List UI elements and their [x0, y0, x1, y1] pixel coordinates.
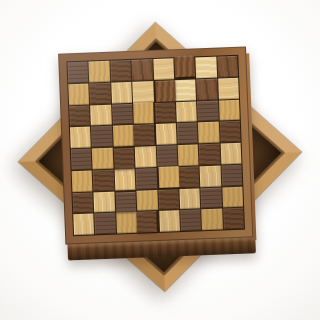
board-square[interactable]: [90, 104, 111, 126]
board-square[interactable]: [155, 123, 176, 145]
board-square[interactable]: [219, 99, 240, 121]
board-square[interactable]: [133, 102, 154, 123]
board-square[interactable]: [153, 58, 174, 80]
board-square[interactable]: [112, 103, 133, 125]
board-square[interactable]: [135, 146, 156, 168]
board-square[interactable]: [201, 187, 222, 209]
board-square[interactable]: [197, 100, 218, 122]
board-square[interactable]: [158, 189, 179, 211]
board-square[interactable]: [133, 124, 154, 146]
board-square[interactable]: [110, 60, 131, 82]
board-square[interactable]: [218, 78, 239, 100]
chess-board: [58, 46, 254, 260]
board-square[interactable]: [196, 78, 217, 100]
board-square[interactable]: [94, 191, 115, 213]
board-frame: [58, 46, 253, 244]
board-square[interactable]: [176, 101, 197, 123]
board-square[interactable]: [136, 168, 157, 190]
board-square[interactable]: [155, 80, 176, 102]
board-square[interactable]: [180, 210, 201, 232]
board-square[interactable]: [178, 144, 199, 166]
board-square[interactable]: [196, 57, 217, 79]
board-square[interactable]: [201, 209, 222, 231]
board-square[interactable]: [132, 81, 153, 103]
board-square[interactable]: [223, 208, 244, 230]
board-square[interactable]: [67, 62, 88, 84]
board-square[interactable]: [111, 82, 132, 104]
board-square[interactable]: [132, 59, 153, 81]
board-square[interactable]: [137, 189, 158, 211]
board-square[interactable]: [155, 102, 176, 124]
board-square[interactable]: [198, 122, 219, 144]
board-square[interactable]: [177, 123, 198, 145]
board-square[interactable]: [89, 61, 110, 83]
board-square[interactable]: [72, 170, 93, 192]
board-square[interactable]: [115, 191, 136, 213]
board-square[interactable]: [95, 213, 116, 235]
board-square[interactable]: [158, 166, 179, 188]
board-square[interactable]: [116, 212, 137, 234]
board-square[interactable]: [72, 192, 93, 214]
board-square[interactable]: [69, 105, 90, 127]
board-grid: [67, 56, 244, 235]
board-square[interactable]: [217, 56, 238, 78]
board-square[interactable]: [70, 127, 91, 149]
board-square[interactable]: [93, 169, 114, 191]
board-square[interactable]: [222, 186, 243, 208]
board-square[interactable]: [175, 79, 196, 101]
board-square[interactable]: [68, 83, 89, 105]
board-square[interactable]: [159, 210, 180, 232]
board-square[interactable]: [71, 148, 92, 170]
board-square[interactable]: [113, 125, 134, 147]
board-square[interactable]: [73, 214, 94, 236]
board-square[interactable]: [179, 188, 200, 210]
product-photo-scene: [0, 0, 320, 320]
board-square[interactable]: [90, 82, 111, 104]
board-square[interactable]: [199, 144, 220, 166]
board-square[interactable]: [136, 211, 157, 232]
board-square[interactable]: [178, 166, 199, 188]
board-square[interactable]: [200, 165, 221, 187]
board-square[interactable]: [220, 143, 241, 165]
board-square[interactable]: [156, 145, 177, 167]
board-square[interactable]: [221, 164, 242, 186]
board-square[interactable]: [91, 126, 112, 148]
board-square[interactable]: [174, 55, 195, 77]
board-square[interactable]: [114, 169, 135, 191]
board-square[interactable]: [92, 148, 113, 170]
board-square[interactable]: [113, 148, 134, 170]
board-square[interactable]: [219, 121, 240, 143]
